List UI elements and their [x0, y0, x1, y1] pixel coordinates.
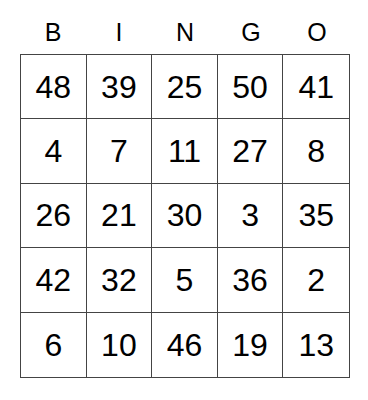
cell-r0c1[interactable]: 39: [87, 55, 153, 119]
cell-r2c4[interactable]: 35: [283, 184, 349, 248]
cell-r2c0[interactable]: 26: [21, 184, 87, 248]
cell-r1c1[interactable]: 7: [87, 119, 153, 183]
column-letter-b: B: [20, 0, 86, 54]
cell-r0c0[interactable]: 48: [21, 55, 87, 119]
cell-r1c2[interactable]: 11: [152, 119, 218, 183]
column-letter-i: I: [86, 0, 152, 54]
cell-r3c4[interactable]: 2: [283, 248, 349, 312]
bingo-header-row: B I N G O: [20, 0, 350, 54]
cell-r4c0[interactable]: 6: [21, 313, 87, 377]
column-letter-n: N: [152, 0, 218, 54]
column-letter-g: G: [218, 0, 284, 54]
cell-r1c0[interactable]: 4: [21, 119, 87, 183]
cell-r0c2[interactable]: 25: [152, 55, 218, 119]
cell-r2c3[interactable]: 3: [218, 184, 284, 248]
cell-r3c3[interactable]: 36: [218, 248, 284, 312]
cell-r2c2[interactable]: 30: [152, 184, 218, 248]
cell-r1c3[interactable]: 27: [218, 119, 284, 183]
cell-r4c1[interactable]: 10: [87, 313, 153, 377]
cell-r2c1[interactable]: 21: [87, 184, 153, 248]
cell-r4c4[interactable]: 13: [283, 313, 349, 377]
cell-r3c1[interactable]: 32: [87, 248, 153, 312]
cell-r0c3[interactable]: 50: [218, 55, 284, 119]
cell-r4c2[interactable]: 46: [152, 313, 218, 377]
cell-r3c0[interactable]: 42: [21, 248, 87, 312]
column-letter-o: O: [284, 0, 350, 54]
bingo-board: 48 39 25 50 41 4 7 11 27 8 26 21 30 3 35…: [20, 54, 350, 378]
cell-r1c4[interactable]: 8: [283, 119, 349, 183]
cell-r0c4[interactable]: 41: [283, 55, 349, 119]
cell-r3c2[interactable]: 5: [152, 248, 218, 312]
cell-r4c3[interactable]: 19: [218, 313, 284, 377]
bingo-card: B I N G O 48 39 25 50 41 4 7 11 27 8 26 …: [20, 0, 350, 378]
